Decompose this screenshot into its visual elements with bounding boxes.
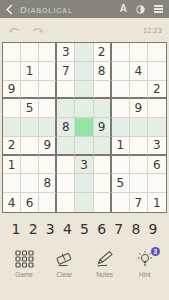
sudoku-cell-r9c1[interactable]: 4 [3,193,21,212]
notes-button-label: Notes [96,271,113,278]
sudoku-cell-r4c3[interactable] [39,99,57,118]
sudoku-cell-r9c2[interactable]: 6 [21,193,39,212]
sudoku-cell-r3c1[interactable]: 9 [3,81,21,100]
back-button[interactable] [6,4,13,15]
sudoku-cell-r1c3[interactable] [39,43,57,62]
sudoku-cell-r9c8[interactable]: 7 [130,193,148,212]
sudoku-cell-r9c5[interactable] [75,193,93,212]
sudoku-cell-r8c1[interactable] [3,174,21,193]
sudoku-cell-r6c1[interactable]: 2 [3,137,21,156]
sudoku-cell-r8c8[interactable] [130,174,148,193]
sudoku-cell-r8c3[interactable]: 8 [39,174,57,193]
sudoku-cell-r9c4[interactable] [57,193,75,212]
hint-button-label: Hint [139,271,151,278]
sudoku-cell-r6c7[interactable]: 1 [112,137,130,156]
sudoku-cell-r1c7[interactable] [112,43,130,62]
sudoku-cell-r9c6[interactable] [94,193,112,212]
undo-icon[interactable] [8,25,21,35]
sudoku-board: 3217849259892913136854671 [2,42,167,213]
sudoku-cell-r3c2[interactable] [21,81,39,100]
sudoku-cell-r2c8[interactable]: 4 [130,62,148,81]
sudoku-cell-r2c9[interactable] [148,62,166,81]
sudoku-cell-r5c6[interactable]: 9 [94,118,112,137]
status-bar: 12:23 [0,18,169,42]
sudoku-cell-r1c8[interactable] [130,43,148,62]
sudoku-cell-r9c7[interactable] [112,193,130,212]
header-actions: A [120,4,163,14]
pencil-icon [95,250,115,268]
sudoku-cell-r7c9[interactable]: 6 [148,156,166,175]
sudoku-cell-r5c4[interactable]: 8 [57,118,75,137]
sudoku-cell-r2c3[interactable] [39,62,57,81]
sudoku-cell-r1c5[interactable] [75,43,93,62]
game-button[interactable]: Game [7,250,41,278]
contrast-icon[interactable] [136,5,145,14]
header-bar: Diabolical A [0,0,169,18]
sudoku-cell-r5c3[interactable] [39,118,57,137]
sudoku-cell-r1c1[interactable] [3,43,21,62]
numpad-digit-6[interactable]: 6 [95,221,109,237]
hint-count-badge: 3 [151,247,160,256]
sudoku-cell-r9c3[interactable] [39,193,57,212]
sudoku-cell-r7c4[interactable] [57,156,75,175]
sudoku-cell-r6c2[interactable] [21,137,39,156]
sudoku-cell-r2c4[interactable]: 7 [57,62,75,81]
sudoku-cell-r6c6[interactable] [94,137,112,156]
sudoku-cell-r5c5[interactable] [75,118,93,137]
sudoku-cell-r8c2[interactable] [21,174,39,193]
sudoku-cell-r2c5[interactable] [75,62,93,81]
sudoku-cell-r7c5[interactable]: 3 [75,156,93,175]
sudoku-cell-r1c6[interactable]: 2 [94,43,112,62]
sudoku-cell-r5c2[interactable] [21,118,39,137]
sudoku-cell-r9c9[interactable]: 1 [148,193,166,212]
sudoku-cell-r8c5[interactable] [75,174,93,193]
sudoku-cell-r5c9[interactable] [148,118,166,137]
sudoku-cell-r7c7[interactable] [112,156,130,175]
sudoku-cell-r7c2[interactable] [21,156,39,175]
clear-button[interactable]: Clear [47,250,81,278]
font-size-icon[interactable]: A [120,4,127,14]
sudoku-cell-r4c4[interactable] [57,99,75,118]
menu-icon[interactable] [154,5,163,12]
numpad-digit-3[interactable]: 3 [43,221,57,237]
numpad-digit-7[interactable]: 7 [112,221,126,237]
sudoku-cell-r1c2[interactable] [21,43,39,62]
sudoku-cell-r6c4[interactable] [57,137,75,156]
sudoku-cell-r8c4[interactable] [57,174,75,193]
notes-button[interactable]: Notes [88,250,122,278]
sudoku-cell-r5c7[interactable] [112,118,130,137]
sudoku-cell-r4c8[interactable]: 9 [130,99,148,118]
sudoku-cell-r4c6[interactable] [94,99,112,118]
eraser-icon [54,250,74,268]
sudoku-cell-r3c7[interactable] [112,81,130,100]
numpad-digit-1[interactable]: 1 [9,221,23,237]
sudoku-cell-r6c5[interactable] [75,137,93,156]
undo-redo-group [8,25,44,35]
sudoku-cell-r1c4[interactable]: 3 [57,43,75,62]
sudoku-cell-r8c6[interactable] [94,174,112,193]
sudoku-cell-r6c8[interactable] [130,137,148,156]
sudoku-cell-r7c1[interactable]: 1 [3,156,21,175]
sudoku-cell-r7c6[interactable] [94,156,112,175]
sudoku-cell-r8c9[interactable] [148,174,166,193]
sudoku-cell-r3c4[interactable] [57,81,75,100]
sudoku-cell-r8c7[interactable]: 5 [112,174,130,193]
sudoku-cell-r3c3[interactable] [39,81,57,100]
sudoku-cell-r7c8[interactable] [130,156,148,175]
numpad-digit-9[interactable]: 9 [146,221,160,237]
sudoku-cell-r3c6[interactable] [94,81,112,100]
sudoku-cell-r4c2[interactable]: 5 [21,99,39,118]
number-pad: 123456789 [0,221,169,237]
sudoku-cell-r4c7[interactable] [112,99,130,118]
sudoku-cell-r3c8[interactable] [130,81,148,100]
sudoku-cell-r2c6[interactable]: 8 [94,62,112,81]
page-title: Diabolical [20,4,73,15]
numpad-digit-5[interactable]: 5 [78,221,92,237]
sudoku-cell-r2c2[interactable]: 1 [21,62,39,81]
numpad-digit-8[interactable]: 8 [129,221,143,237]
sudoku-cell-r1c9[interactable] [148,43,166,62]
redo-icon[interactable] [31,25,44,35]
sudoku-cell-r4c9[interactable] [148,99,166,118]
sudoku-cell-r6c3[interactable]: 9 [39,137,57,156]
clear-button-label: Clear [57,271,73,278]
sudoku-cell-r7c3[interactable] [39,156,57,175]
game-button-label: Game [15,271,33,278]
sudoku-cell-r2c7[interactable] [112,62,130,81]
sudoku-cell-r5c8[interactable] [130,118,148,137]
sudoku-cell-r4c5[interactable] [75,99,93,118]
game-timer: 12:23 [143,27,162,34]
numpad-digit-2[interactable]: 2 [26,221,40,237]
sudoku-cell-r3c9[interactable]: 2 [148,81,166,100]
numpad-digit-4[interactable]: 4 [60,221,74,237]
hint-button[interactable]: 3 Hint [128,250,162,278]
grid-icon [15,250,34,268]
sudoku-cell-r2c1[interactable] [3,62,21,81]
sudoku-cell-r6c9[interactable]: 3 [148,137,166,156]
sudoku-cell-r5c1[interactable] [3,118,21,137]
back-chevron-icon [6,4,13,15]
sudoku-cell-r4c1[interactable] [3,99,21,118]
bottom-toolbar: Game Clear Notes 3 [0,250,169,278]
sudoku-cell-r3c5[interactable] [75,81,93,100]
